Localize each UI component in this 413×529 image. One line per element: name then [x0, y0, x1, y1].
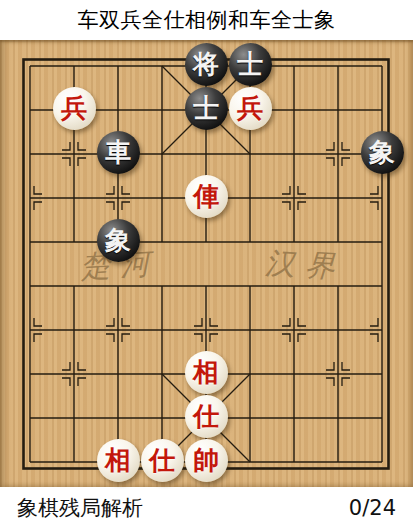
red-pawn-piece[interactable]: 兵	[229, 87, 272, 130]
xiangqi-app: 车双兵全仕相例和车全士象 楚河汉界 将士兵士兵車象俥象相仕相仕帥 象棋残局解析 …	[0, 0, 413, 529]
red-elephant-piece[interactable]: 相	[185, 351, 228, 394]
red-advisor-piece[interactable]: 仕	[141, 439, 184, 482]
black-advisor-piece[interactable]: 士	[185, 87, 228, 130]
red-advisor-piece[interactable]: 仕	[185, 395, 228, 438]
black-chariot-piece[interactable]: 車	[97, 131, 140, 174]
red-elephant-piece[interactable]: 相	[97, 439, 140, 482]
black-elephant-piece[interactable]: 象	[97, 219, 140, 262]
black-elephant-piece[interactable]: 象	[361, 131, 404, 174]
puzzle-title: 车双兵全仕相例和车全士象	[78, 6, 336, 34]
title-bar: 车双兵全仕相例和车全士象	[0, 0, 413, 40]
xiangqi-board[interactable]: 楚河汉界 将士兵士兵車象俥象相仕相仕帥	[0, 40, 413, 487]
piece-grid: 将士兵士兵車象俥象相仕相仕帥	[8, 44, 404, 484]
red-chariot-piece[interactable]: 俥	[185, 175, 228, 218]
footer-bar: 象棋残局解析 0/24	[0, 487, 413, 529]
app-name-label: 象棋残局解析	[17, 494, 143, 522]
black-general-piece[interactable]: 将	[185, 43, 228, 86]
red-general-piece[interactable]: 帥	[185, 439, 228, 482]
move-counter: 0/24	[349, 496, 396, 520]
black-advisor-piece[interactable]: 士	[229, 43, 272, 86]
red-pawn-piece[interactable]: 兵	[53, 87, 96, 130]
